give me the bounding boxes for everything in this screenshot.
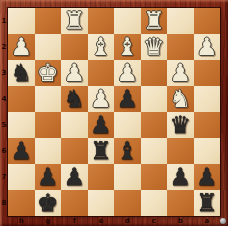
piece-white-pawn[interactable]: ♟	[169, 61, 191, 85]
square-g6[interactable]	[35, 138, 62, 164]
square-f3[interactable]: ♟	[61, 60, 88, 86]
piece-white-queen[interactable]: ♛	[143, 35, 165, 59]
square-d2[interactable]: ♝	[114, 34, 141, 60]
piece-black-pawn[interactable]: ♟	[169, 165, 191, 189]
piece-black-rook[interactable]: ♜	[196, 191, 218, 215]
file-label-b: b	[167, 216, 194, 226]
square-f6[interactable]	[61, 138, 88, 164]
square-f1[interactable]: ♜	[61, 8, 88, 34]
piece-white-pawn[interactable]: ♟	[196, 35, 218, 59]
piece-black-pawn[interactable]: ♟	[196, 165, 218, 189]
square-b1[interactable]	[167, 8, 194, 34]
chess-board-frame: 12345678 ♜♜♟♝♝♛♟♞♚♟♟♟♞♟♟♞♟♛♟♜♝♟♟♟♟♚♜ hgf…	[0, 0, 228, 226]
square-e2[interactable]: ♝	[88, 34, 115, 60]
square-d6[interactable]: ♝	[114, 138, 141, 164]
square-c3[interactable]	[141, 60, 168, 86]
piece-white-bishop[interactable]: ♝	[90, 35, 112, 59]
square-e8[interactable]	[88, 190, 115, 216]
square-c2[interactable]: ♛	[141, 34, 168, 60]
square-f7[interactable]: ♟	[61, 164, 88, 190]
piece-black-pawn[interactable]: ♟	[90, 113, 112, 137]
square-g5[interactable]	[35, 112, 62, 138]
square-h4[interactable]	[8, 86, 35, 112]
square-c8[interactable]	[141, 190, 168, 216]
square-b8[interactable]	[167, 190, 194, 216]
rank-label-7: 7	[0, 164, 8, 190]
square-f5[interactable]	[61, 112, 88, 138]
piece-white-knight[interactable]: ♞	[169, 87, 191, 111]
rank-label-6: 6	[0, 138, 8, 164]
square-h2[interactable]: ♟	[8, 34, 35, 60]
square-h7[interactable]	[8, 164, 35, 190]
square-b4[interactable]: ♞	[167, 86, 194, 112]
square-e6[interactable]: ♜	[88, 138, 115, 164]
square-g1[interactable]	[35, 8, 62, 34]
square-f8[interactable]	[61, 190, 88, 216]
square-a2[interactable]: ♟	[194, 34, 221, 60]
piece-black-bishop[interactable]: ♝	[116, 139, 138, 163]
square-g7[interactable]: ♟	[35, 164, 62, 190]
piece-black-pawn[interactable]: ♟	[116, 87, 138, 111]
file-label-f: f	[61, 216, 88, 226]
rank-label-1: 1	[0, 8, 8, 34]
piece-black-pawn[interactable]: ♟	[10, 139, 32, 163]
square-b6[interactable]	[167, 138, 194, 164]
square-a1[interactable]	[194, 8, 221, 34]
rank-label-2: 2	[0, 34, 8, 60]
square-d4[interactable]: ♟	[114, 86, 141, 112]
square-b2[interactable]	[167, 34, 194, 60]
piece-black-rook[interactable]: ♜	[90, 139, 112, 163]
piece-black-king[interactable]: ♚	[37, 191, 59, 215]
square-a4[interactable]	[194, 86, 221, 112]
square-c7[interactable]	[141, 164, 168, 190]
square-f2[interactable]	[61, 34, 88, 60]
file-labels: hgfedcba	[8, 216, 220, 226]
square-e1[interactable]	[88, 8, 115, 34]
square-g3[interactable]: ♚	[35, 60, 62, 86]
square-a8[interactable]: ♜	[194, 190, 221, 216]
square-f4[interactable]: ♞	[61, 86, 88, 112]
square-c5[interactable]	[141, 112, 168, 138]
piece-black-pawn[interactable]: ♟	[37, 165, 59, 189]
file-label-c: c	[141, 216, 168, 226]
piece-white-king[interactable]: ♚	[37, 61, 59, 85]
square-e3[interactable]	[88, 60, 115, 86]
piece-black-knight[interactable]: ♞	[63, 87, 85, 111]
square-c4[interactable]	[141, 86, 168, 112]
square-e4[interactable]: ♟	[88, 86, 115, 112]
piece-black-pawn[interactable]: ♟	[63, 165, 85, 189]
piece-white-pawn[interactable]: ♟	[90, 87, 112, 111]
square-a5[interactable]	[194, 112, 221, 138]
square-h6[interactable]: ♟	[8, 138, 35, 164]
piece-black-queen[interactable]: ♛	[169, 113, 191, 137]
rank-label-5: 5	[0, 112, 8, 138]
square-d1[interactable]	[114, 8, 141, 34]
file-label-a: a	[194, 216, 221, 226]
piece-white-pawn[interactable]: ♟	[10, 35, 32, 59]
square-e7[interactable]	[88, 164, 115, 190]
square-c1[interactable]: ♜	[141, 8, 168, 34]
square-g4[interactable]	[35, 86, 62, 112]
square-d5[interactable]	[114, 112, 141, 138]
rank-labels: 12345678	[0, 8, 8, 216]
piece-white-rook[interactable]: ♜	[63, 9, 85, 33]
square-d8[interactable]	[114, 190, 141, 216]
square-h5[interactable]	[8, 112, 35, 138]
square-c6[interactable]	[141, 138, 168, 164]
chess-board: ♜♜♟♝♝♛♟♞♚♟♟♟♞♟♟♞♟♛♟♜♝♟♟♟♟♚♜	[8, 8, 220, 216]
square-b3[interactable]: ♟	[167, 60, 194, 86]
square-h3[interactable]: ♞	[8, 60, 35, 86]
file-label-e: e	[88, 216, 115, 226]
piece-white-rook[interactable]: ♜	[143, 9, 165, 33]
rank-label-3: 3	[0, 60, 8, 86]
square-d7[interactable]	[114, 164, 141, 190]
square-b5[interactable]: ♛	[167, 112, 194, 138]
piece-white-pawn[interactable]: ♟	[116, 61, 138, 85]
square-g2[interactable]	[35, 34, 62, 60]
file-label-g: g	[35, 216, 62, 226]
square-e5[interactable]: ♟	[88, 112, 115, 138]
square-a6[interactable]	[194, 138, 221, 164]
square-a3[interactable]	[194, 60, 221, 86]
file-label-d: d	[114, 216, 141, 226]
rank-label-8: 8	[0, 190, 8, 216]
piece-black-knight[interactable]: ♞	[10, 61, 32, 85]
corner-logo-dot	[220, 218, 226, 224]
square-b7[interactable]: ♟	[167, 164, 194, 190]
square-h8[interactable]	[8, 190, 35, 216]
square-a7[interactable]: ♟	[194, 164, 221, 190]
piece-white-bishop[interactable]: ♝	[116, 35, 138, 59]
square-g8[interactable]: ♚	[35, 190, 62, 216]
rank-label-4: 4	[0, 86, 8, 112]
piece-white-pawn[interactable]: ♟	[63, 61, 85, 85]
square-d3[interactable]: ♟	[114, 60, 141, 86]
square-h1[interactable]	[8, 8, 35, 34]
file-label-h: h	[8, 216, 35, 226]
